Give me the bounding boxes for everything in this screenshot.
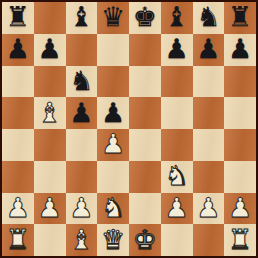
- square-e6[interactable]: [129, 66, 161, 98]
- piece-black-knight-g8[interactable]: ♞: [196, 3, 220, 30]
- square-b4[interactable]: [34, 129, 66, 161]
- square-a1[interactable]: ♜: [2, 224, 34, 256]
- piece-black-rook-h8[interactable]: ♜: [228, 3, 252, 30]
- square-a2[interactable]: ♟: [2, 193, 34, 225]
- square-c7[interactable]: [66, 34, 98, 66]
- piece-white-pawn-b2[interactable]: ♟: [38, 194, 62, 221]
- square-b5[interactable]: ♝: [34, 97, 66, 129]
- square-g2[interactable]: ♟: [193, 193, 225, 225]
- square-d3[interactable]: [97, 161, 129, 193]
- square-e5[interactable]: [129, 97, 161, 129]
- square-e3[interactable]: [129, 161, 161, 193]
- square-g1[interactable]: [193, 224, 225, 256]
- square-d2[interactable]: ♞: [97, 193, 129, 225]
- square-b1[interactable]: [34, 224, 66, 256]
- square-f6[interactable]: [161, 66, 193, 98]
- piece-white-bishop-c1[interactable]: ♝: [69, 226, 93, 253]
- square-d8[interactable]: ♛: [97, 2, 129, 34]
- square-f3[interactable]: ♞: [161, 161, 193, 193]
- piece-black-pawn-a7[interactable]: ♟: [6, 35, 30, 62]
- square-h6[interactable]: [224, 66, 256, 98]
- square-g4[interactable]: [193, 129, 225, 161]
- piece-black-pawn-f7[interactable]: ♟: [165, 35, 189, 62]
- square-c6[interactable]: ♞: [66, 66, 98, 98]
- square-d5[interactable]: ♟: [97, 97, 129, 129]
- piece-black-pawn-h7[interactable]: ♟: [228, 35, 252, 62]
- square-c1[interactable]: ♝: [66, 224, 98, 256]
- piece-black-bishop-c8[interactable]: ♝: [69, 3, 93, 30]
- square-d4[interactable]: ♟: [97, 129, 129, 161]
- square-a7[interactable]: ♟: [2, 34, 34, 66]
- square-g3[interactable]: [193, 161, 225, 193]
- piece-black-pawn-c5[interactable]: ♟: [69, 99, 93, 126]
- piece-black-queen-d8[interactable]: ♛: [101, 3, 125, 30]
- square-g6[interactable]: [193, 66, 225, 98]
- piece-white-pawn-d4[interactable]: ♟: [101, 130, 125, 157]
- square-h3[interactable]: [224, 161, 256, 193]
- piece-black-king-e8[interactable]: ♚: [133, 3, 157, 30]
- piece-white-pawn-g2[interactable]: ♟: [196, 194, 220, 221]
- piece-black-pawn-b7[interactable]: ♟: [38, 35, 62, 62]
- square-b3[interactable]: [34, 161, 66, 193]
- square-a8[interactable]: ♜: [2, 2, 34, 34]
- square-b6[interactable]: [34, 66, 66, 98]
- square-e4[interactable]: [129, 129, 161, 161]
- piece-white-pawn-h2[interactable]: ♟: [228, 194, 252, 221]
- piece-white-rook-h1[interactable]: ♜: [228, 226, 252, 253]
- square-h7[interactable]: ♟: [224, 34, 256, 66]
- board-grid: ♜♝♛♚♝♞♜♟♟♟♟♟♞♝♟♟♟♞♟♟♟♞♟♟♟♜♝♛♚♜: [2, 2, 256, 256]
- square-e1[interactable]: ♚: [129, 224, 161, 256]
- square-h2[interactable]: ♟: [224, 193, 256, 225]
- piece-black-pawn-g7[interactable]: ♟: [196, 35, 220, 62]
- square-h8[interactable]: ♜: [224, 2, 256, 34]
- piece-black-pawn-d5[interactable]: ♟: [101, 99, 125, 126]
- square-f1[interactable]: [161, 224, 193, 256]
- piece-black-rook-a8[interactable]: ♜: [6, 3, 30, 30]
- square-c3[interactable]: [66, 161, 98, 193]
- square-c8[interactable]: ♝: [66, 2, 98, 34]
- square-f4[interactable]: [161, 129, 193, 161]
- piece-white-pawn-c2[interactable]: ♟: [69, 194, 93, 221]
- square-b8[interactable]: [34, 2, 66, 34]
- square-g7[interactable]: ♟: [193, 34, 225, 66]
- square-f2[interactable]: ♟: [161, 193, 193, 225]
- piece-white-knight-f3[interactable]: ♞: [165, 162, 189, 189]
- square-h4[interactable]: [224, 129, 256, 161]
- piece-white-bishop-b5[interactable]: ♝: [38, 99, 62, 126]
- square-h1[interactable]: ♜: [224, 224, 256, 256]
- square-a3[interactable]: [2, 161, 34, 193]
- square-d6[interactable]: [97, 66, 129, 98]
- square-b2[interactable]: ♟: [34, 193, 66, 225]
- square-a5[interactable]: [2, 97, 34, 129]
- square-g8[interactable]: ♞: [193, 2, 225, 34]
- square-f5[interactable]: [161, 97, 193, 129]
- square-a6[interactable]: [2, 66, 34, 98]
- square-d1[interactable]: ♛: [97, 224, 129, 256]
- square-f7[interactable]: ♟: [161, 34, 193, 66]
- piece-black-knight-c6[interactable]: ♞: [69, 67, 93, 94]
- piece-white-king-e1[interactable]: ♚: [133, 226, 157, 253]
- piece-black-bishop-f8[interactable]: ♝: [165, 3, 189, 30]
- square-e7[interactable]: [129, 34, 161, 66]
- piece-white-rook-a1[interactable]: ♜: [6, 226, 30, 253]
- square-a4[interactable]: [2, 129, 34, 161]
- chess-board: ♜♝♛♚♝♞♜♟♟♟♟♟♞♝♟♟♟♞♟♟♟♞♟♟♟♜♝♛♚♜: [0, 0, 258, 258]
- square-c2[interactable]: ♟: [66, 193, 98, 225]
- piece-white-queen-d1[interactable]: ♛: [101, 226, 125, 253]
- square-c5[interactable]: ♟: [66, 97, 98, 129]
- square-e8[interactable]: ♚: [129, 2, 161, 34]
- square-f8[interactable]: ♝: [161, 2, 193, 34]
- piece-white-pawn-f2[interactable]: ♟: [165, 194, 189, 221]
- square-c4[interactable]: [66, 129, 98, 161]
- square-e2[interactable]: [129, 193, 161, 225]
- square-d7[interactable]: [97, 34, 129, 66]
- piece-white-knight-d2[interactable]: ♞: [101, 194, 125, 221]
- square-g5[interactable]: [193, 97, 225, 129]
- square-h5[interactable]: [224, 97, 256, 129]
- piece-white-pawn-a2[interactable]: ♟: [6, 194, 30, 221]
- square-b7[interactable]: ♟: [34, 34, 66, 66]
